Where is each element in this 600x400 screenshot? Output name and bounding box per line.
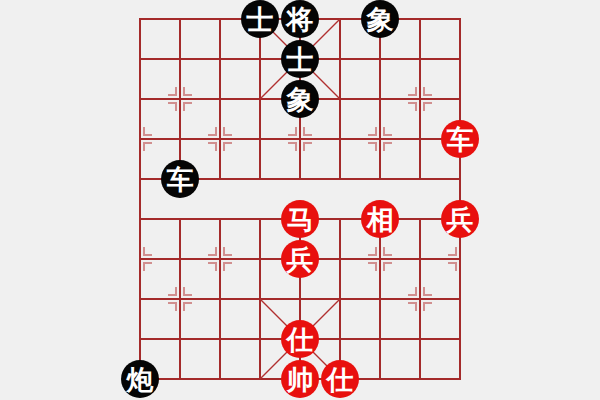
piece-red-general[interactable]: 帅 <box>281 360 319 398</box>
piece-black-cannon[interactable]: 炮 <box>121 360 159 398</box>
piece-red-horse[interactable]: 马 <box>281 200 319 238</box>
piece-red-soldier[interactable]: 兵 <box>441 200 479 238</box>
xiangqi-board: 士将象士象车炮车马相兵兵仕帅仕 <box>0 0 600 400</box>
piece-red-chariot[interactable]: 车 <box>441 120 479 158</box>
piece-black-advisor[interactable]: 士 <box>241 0 279 38</box>
piece-black-chariot[interactable]: 车 <box>161 160 199 198</box>
xiangqi-screen: 士将象士象车炮车马相兵兵仕帅仕 <box>0 0 600 400</box>
pieces-layer: 士将象士象车炮车马相兵兵仕帅仕 <box>120 0 480 399</box>
piece-black-advisor[interactable]: 士 <box>281 40 319 78</box>
piece-black-general[interactable]: 将 <box>281 0 319 38</box>
piece-red-advisor[interactable]: 仕 <box>281 320 319 358</box>
piece-red-elephant[interactable]: 相 <box>361 200 399 238</box>
piece-red-advisor[interactable]: 仕 <box>321 360 359 398</box>
piece-black-elephant[interactable]: 象 <box>361 0 399 38</box>
piece-red-soldier[interactable]: 兵 <box>281 240 319 278</box>
piece-black-elephant[interactable]: 象 <box>281 80 319 118</box>
